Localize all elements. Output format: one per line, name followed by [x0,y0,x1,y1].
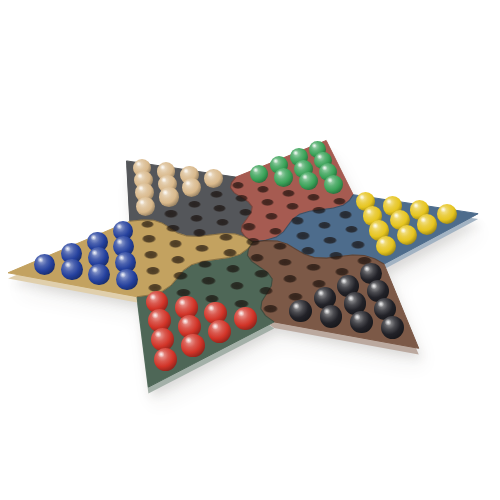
hole[interactable] [141,221,154,228]
marble-blue[interactable] [116,269,138,291]
hole[interactable] [173,272,187,280]
hole[interactable] [250,254,264,262]
hole[interactable] [193,229,207,237]
hole[interactable] [223,249,237,257]
marble-blue[interactable] [88,264,110,286]
hole[interactable] [169,240,183,248]
hole[interactable] [296,232,310,240]
marble-black[interactable] [289,300,312,323]
marble-blue[interactable] [61,259,83,281]
marble-red[interactable] [234,307,257,330]
hole[interactable] [307,194,320,201]
hole[interactable] [171,256,185,264]
hole[interactable] [333,198,346,205]
hole[interactable] [282,190,295,197]
hole[interactable] [213,205,226,212]
marble-black[interactable] [381,316,404,339]
marble-natural[interactable] [159,187,178,206]
hole[interactable] [261,199,274,206]
marble-red[interactable] [181,334,204,357]
marble-black[interactable] [320,305,343,328]
hole[interactable] [339,211,352,218]
hole[interactable] [242,223,256,230]
marble-green[interactable] [299,172,318,191]
hole[interactable] [318,222,332,229]
hole[interactable] [164,210,177,217]
hole[interactable] [166,225,180,233]
hole[interactable] [323,237,337,245]
hole[interactable] [254,270,268,278]
marble-black[interactable] [350,311,373,334]
marble-natural[interactable] [204,169,223,188]
hole[interactable] [142,235,156,243]
marble-green[interactable] [274,168,293,187]
hole[interactable] [329,252,343,260]
hole[interactable] [351,241,365,249]
hole[interactable] [144,251,158,259]
hole[interactable] [219,234,233,242]
board-photo [0,0,500,500]
hole[interactable] [188,201,201,208]
hole[interactable] [257,186,270,193]
hole[interactable] [246,238,260,246]
hole[interactable] [291,217,304,224]
hole[interactable] [239,209,252,216]
marble-yellow[interactable] [417,214,437,234]
hole[interactable] [306,264,320,272]
marble-yellow[interactable] [437,204,457,224]
hole[interactable] [190,215,203,222]
